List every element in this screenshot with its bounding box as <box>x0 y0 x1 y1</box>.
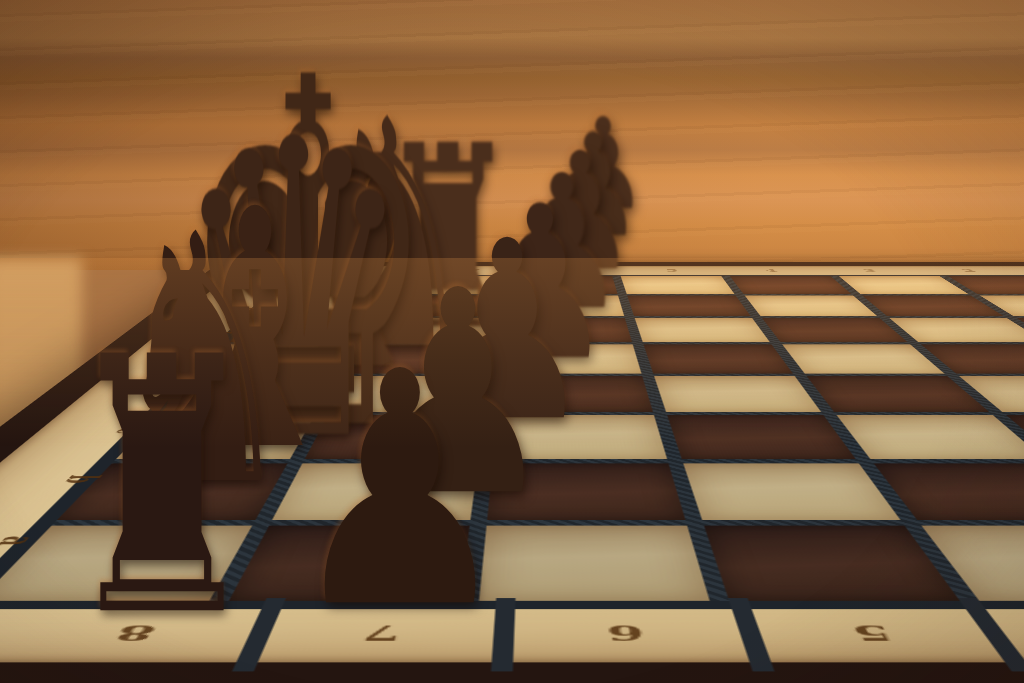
square-d4[interactable] <box>807 376 989 411</box>
rank-label-5: 5 <box>741 611 1011 656</box>
square-d5[interactable] <box>654 376 821 411</box>
square-h5[interactable] <box>621 276 735 294</box>
square-f5[interactable] <box>635 318 770 342</box>
square-a5[interactable] <box>704 526 960 601</box>
piece-pawn-a7[interactable]: ♟ <box>287 330 512 652</box>
square-g4[interactable] <box>745 296 877 317</box>
square-f4[interactable] <box>762 318 908 342</box>
far-rank-label-2: 2 <box>915 268 1024 274</box>
square-h3[interactable] <box>839 276 968 294</box>
square-e4[interactable] <box>782 344 944 373</box>
square-b4[interactable] <box>874 463 1024 520</box>
square-f3[interactable] <box>889 318 1024 342</box>
square-g3[interactable] <box>862 296 1003 317</box>
far-rank-label-4: 4 <box>719 268 823 274</box>
piece-rook-a8[interactable]: ♜ <box>64 311 260 664</box>
square-h4[interactable] <box>730 276 851 294</box>
far-rank-label-3: 3 <box>817 268 924 274</box>
rank-label-6: 6 <box>503 611 757 656</box>
far-rank-label-5: 5 <box>621 268 723 274</box>
square-c5[interactable] <box>667 415 856 459</box>
chess-photo-scene: 87654321 87654321 abcdefgh ♜♞♝♛♚♝♞♜♟♟♟♟♟… <box>0 0 1024 683</box>
square-c4[interactable] <box>837 415 1024 459</box>
square-e5[interactable] <box>644 344 793 373</box>
square-b5[interactable] <box>683 463 900 520</box>
square-g5[interactable] <box>627 296 751 317</box>
